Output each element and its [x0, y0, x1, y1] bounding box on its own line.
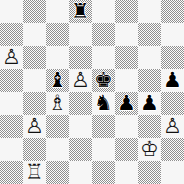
square-h6[interactable] — [161, 46, 184, 69]
square-b1[interactable]: ♖ — [23, 161, 46, 184]
square-b3[interactable]: ♙ — [23, 115, 46, 138]
piece-black-pawn[interactable]: ♟ — [138, 92, 161, 115]
square-g8[interactable] — [138, 0, 161, 23]
piece-white-bishop[interactable]: ♗ — [46, 92, 69, 115]
square-e7[interactable] — [92, 23, 115, 46]
square-a8[interactable] — [0, 0, 23, 23]
square-d2[interactable] — [69, 138, 92, 161]
piece-black-knight[interactable]: ♞ — [92, 92, 115, 115]
square-e8[interactable] — [92, 0, 115, 23]
piece-white-pawn[interactable]: ♙ — [0, 46, 23, 69]
piece-white-pawn[interactable]: ♙ — [23, 115, 46, 138]
square-h1[interactable] — [161, 161, 184, 184]
square-c6[interactable] — [46, 46, 69, 69]
square-a5[interactable] — [0, 69, 23, 92]
square-b7[interactable] — [23, 23, 46, 46]
piece-white-king[interactable]: ♔ — [138, 138, 161, 161]
piece-white-rook[interactable]: ♖ — [23, 161, 46, 184]
square-e1[interactable] — [92, 161, 115, 184]
square-a7[interactable] — [0, 23, 23, 46]
chess-board: ♜♙♝♙♚♟♗♞♟♟♙♙♔♖ — [0, 0, 184, 184]
square-c4[interactable]: ♗ — [46, 92, 69, 115]
square-g7[interactable] — [138, 23, 161, 46]
square-e5[interactable]: ♚ — [92, 69, 115, 92]
square-d6[interactable] — [69, 46, 92, 69]
square-d7[interactable] — [69, 23, 92, 46]
square-c1[interactable] — [46, 161, 69, 184]
square-b8[interactable] — [23, 0, 46, 23]
square-a3[interactable] — [0, 115, 23, 138]
square-h5[interactable]: ♟ — [161, 69, 184, 92]
square-a2[interactable] — [0, 138, 23, 161]
square-a4[interactable] — [0, 92, 23, 115]
square-e2[interactable] — [92, 138, 115, 161]
square-e3[interactable] — [92, 115, 115, 138]
piece-black-bishop[interactable]: ♝ — [46, 69, 69, 92]
square-g6[interactable] — [138, 46, 161, 69]
square-g2[interactable]: ♔ — [138, 138, 161, 161]
square-c5[interactable]: ♝ — [46, 69, 69, 92]
square-c3[interactable] — [46, 115, 69, 138]
square-a6[interactable]: ♙ — [0, 46, 23, 69]
square-d4[interactable] — [69, 92, 92, 115]
square-d1[interactable] — [69, 161, 92, 184]
square-g1[interactable] — [138, 161, 161, 184]
square-d3[interactable] — [69, 115, 92, 138]
piece-white-pawn[interactable]: ♙ — [161, 115, 184, 138]
square-b4[interactable] — [23, 92, 46, 115]
square-e4[interactable]: ♞ — [92, 92, 115, 115]
square-c2[interactable] — [46, 138, 69, 161]
piece-black-pawn[interactable]: ♟ — [161, 69, 184, 92]
square-g4[interactable]: ♟ — [138, 92, 161, 115]
piece-black-pawn[interactable]: ♟ — [115, 92, 138, 115]
square-f5[interactable] — [115, 69, 138, 92]
square-c8[interactable] — [46, 0, 69, 23]
square-g5[interactable] — [138, 69, 161, 92]
square-h3[interactable]: ♙ — [161, 115, 184, 138]
square-h8[interactable] — [161, 0, 184, 23]
square-f8[interactable] — [115, 0, 138, 23]
piece-black-king[interactable]: ♚ — [92, 69, 115, 92]
square-b6[interactable] — [23, 46, 46, 69]
square-f4[interactable]: ♟ — [115, 92, 138, 115]
square-d8[interactable]: ♜ — [69, 0, 92, 23]
square-c7[interactable] — [46, 23, 69, 46]
square-a1[interactable] — [0, 161, 23, 184]
square-h2[interactable] — [161, 138, 184, 161]
square-b5[interactable] — [23, 69, 46, 92]
square-f2[interactable] — [115, 138, 138, 161]
piece-white-pawn[interactable]: ♙ — [69, 69, 92, 92]
square-b2[interactable] — [23, 138, 46, 161]
square-g3[interactable] — [138, 115, 161, 138]
piece-black-rook[interactable]: ♜ — [69, 0, 92, 23]
square-d5[interactable]: ♙ — [69, 69, 92, 92]
square-h4[interactable] — [161, 92, 184, 115]
square-f7[interactable] — [115, 23, 138, 46]
square-f3[interactable] — [115, 115, 138, 138]
square-f6[interactable] — [115, 46, 138, 69]
square-f1[interactable] — [115, 161, 138, 184]
square-e6[interactable] — [92, 46, 115, 69]
square-h7[interactable] — [161, 23, 184, 46]
